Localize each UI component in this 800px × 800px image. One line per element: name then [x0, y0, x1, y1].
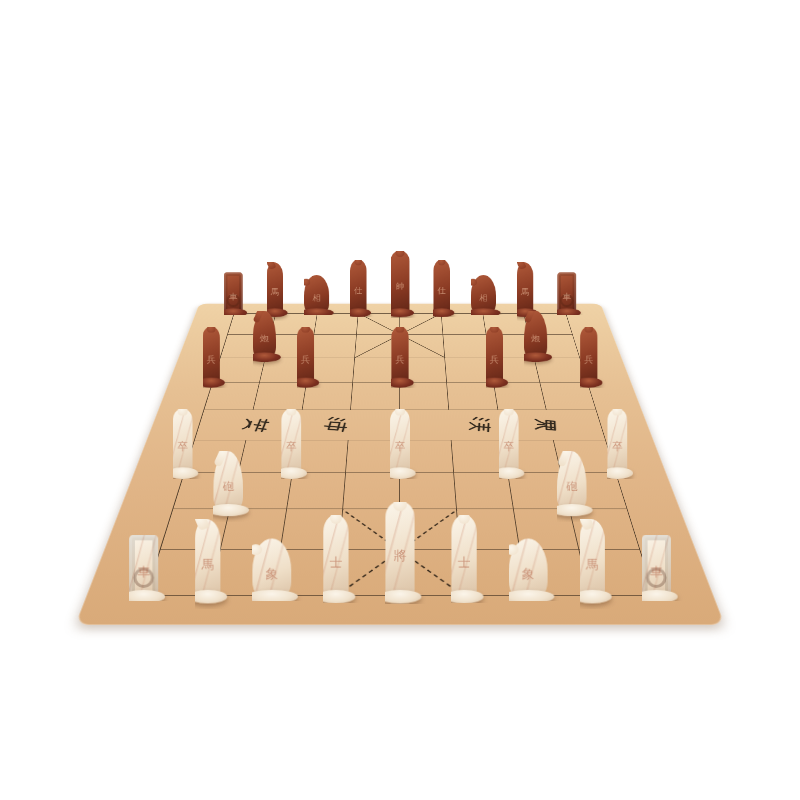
far-elephant[interactable]: 相	[304, 275, 329, 315]
piece-label: 兵	[584, 354, 593, 363]
board-cell	[343, 473, 400, 509]
board-cell	[351, 383, 400, 410]
board-cell	[400, 383, 449, 410]
river-cell	[498, 410, 554, 440]
board-cell	[210, 550, 280, 595]
board-cell	[253, 383, 306, 410]
board-cell	[508, 473, 570, 509]
board-cell	[340, 509, 400, 549]
board-cell	[353, 358, 400, 383]
board-cell	[173, 473, 238, 509]
river-cell	[349, 410, 400, 440]
piece-label: 帥	[396, 282, 404, 290]
board-cell	[357, 314, 400, 335]
piece-label: 卒	[612, 441, 623, 452]
board-cell	[346, 440, 400, 473]
river-cell	[547, 410, 605, 440]
board-cell	[400, 440, 454, 473]
piece-label: 馬	[521, 287, 529, 295]
piece-label: 車	[650, 565, 663, 578]
board-cell	[490, 358, 541, 383]
board-cell	[185, 440, 247, 473]
board-cell	[494, 383, 547, 410]
board-cell	[400, 335, 445, 358]
far-elephant[interactable]: 相	[471, 275, 496, 315]
far-advisor[interactable]: 仕	[433, 260, 449, 316]
xiangqi-board: 楚河漢界 車 馬 相 仕 帥 仕 相 馬 車 炮 炮 兵	[75, 5, 725, 625]
board-cell	[314, 314, 359, 335]
board-cell	[457, 509, 520, 549]
piece-label: 相	[312, 294, 320, 302]
board-cell	[221, 335, 271, 358]
board-cell	[513, 509, 579, 549]
board-cell	[445, 358, 494, 383]
river-cell	[195, 410, 253, 440]
board-cell	[306, 358, 355, 383]
board-cell	[562, 473, 627, 509]
board-cell	[443, 335, 490, 358]
board-cell	[529, 335, 579, 358]
board-cell	[570, 509, 639, 549]
board-cell	[503, 440, 562, 473]
board-cell	[524, 314, 572, 335]
river-cell	[400, 410, 451, 440]
board-cell	[454, 473, 514, 509]
board-cell	[535, 358, 588, 383]
piece-label: 車	[563, 292, 571, 300]
board-cell	[483, 314, 529, 335]
piece-label: 仕	[438, 286, 446, 294]
board-cell	[238, 440, 297, 473]
board-cell	[160, 509, 229, 549]
board-cell	[337, 550, 400, 595]
board-cell	[287, 473, 347, 509]
board-cell	[355, 335, 400, 358]
board-cell	[520, 550, 590, 595]
river-cell	[449, 410, 503, 440]
river-cell	[297, 410, 351, 440]
board-cell	[265, 335, 313, 358]
board-cell	[554, 440, 616, 473]
piece-label: 馬	[271, 287, 279, 295]
board-cell	[451, 440, 507, 473]
board-cell	[540, 383, 595, 410]
product-photo-scene: 楚河漢界 車 馬 相 仕 帥 仕 相 馬 車 炮 炮 兵	[0, 0, 800, 800]
board-cell	[460, 550, 527, 595]
board-cell	[230, 473, 292, 509]
board-cell	[220, 509, 286, 549]
board-cell	[302, 383, 353, 410]
piece-label: 仕	[354, 286, 362, 294]
far-chariot[interactable]: 車	[224, 272, 243, 315]
far-general[interactable]: 帥	[391, 251, 410, 315]
board-cell	[228, 314, 276, 335]
board-cell	[486, 335, 534, 358]
piece-label: 車	[229, 292, 237, 300]
piece-label: 相	[479, 294, 487, 302]
board-cell	[400, 550, 463, 595]
board-cell	[280, 509, 343, 549]
piece-label: 車	[137, 565, 150, 578]
board-cell	[271, 314, 317, 335]
board-cell	[146, 550, 220, 595]
board-cell	[400, 358, 447, 383]
board-cell	[260, 358, 311, 383]
board-mat: 楚河漢界 車 馬 相 仕 帥 仕 相 馬 車 炮 炮 兵	[75, 304, 725, 625]
board-cell	[447, 383, 498, 410]
piece-label: 卒	[177, 441, 188, 452]
piece-label: 兵	[207, 354, 216, 363]
board-cell	[213, 358, 266, 383]
far-chariot[interactable]: 車	[557, 272, 576, 315]
board-cell	[400, 509, 460, 549]
board-cell	[273, 550, 340, 595]
board-cell	[400, 314, 443, 335]
board-cell	[441, 314, 486, 335]
board-cell	[292, 440, 348, 473]
board-cell	[204, 383, 259, 410]
board-cell	[400, 473, 457, 509]
board-grid	[145, 313, 655, 596]
far-advisor[interactable]: 仕	[350, 260, 366, 316]
board-cell	[310, 335, 357, 358]
far-horse[interactable]: 馬	[267, 262, 283, 315]
river-cell	[246, 410, 302, 440]
